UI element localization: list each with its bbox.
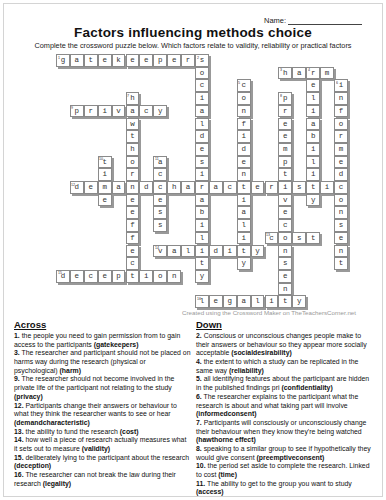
cell-number: 8	[280, 94, 282, 98]
cell-letter: m	[283, 146, 288, 154]
cell-letter: l	[255, 298, 260, 306]
grid-cell: e	[98, 194, 112, 207]
grid-cell: i	[278, 181, 292, 194]
grid-cell: m	[98, 181, 112, 194]
grid-cell: n	[334, 92, 348, 105]
cell-letter: e	[102, 197, 107, 205]
cell-letter: t	[283, 298, 288, 306]
cell-letter: n	[130, 184, 135, 192]
grid-cell: e	[139, 54, 153, 67]
clue-down-4: 4. the extent to which a study can be re…	[196, 358, 376, 375]
grid-cell: i	[237, 232, 251, 245]
grid-cell: l	[181, 245, 195, 258]
grid-cell: r	[334, 130, 348, 143]
grid-cell: n	[278, 283, 292, 296]
clue-down-5: 5. all identifying features about the pa…	[196, 375, 376, 392]
page-subtitle: Complete the crossword puzzle below. Whi…	[0, 41, 386, 50]
cell-letter: c	[241, 82, 246, 90]
grid-cell: f	[126, 232, 140, 245]
grid-cell: e	[126, 206, 140, 219]
grid-cell: y	[292, 295, 306, 308]
cell-letter: c	[158, 171, 163, 179]
cell-letter: l	[311, 159, 316, 167]
across-clues-section: Across 1. the people you need to gain pe…	[14, 319, 191, 488]
grid-cell: t	[237, 245, 251, 258]
cell-letter: o	[241, 95, 246, 103]
cell-letter: l	[200, 235, 205, 243]
grid-cell: a	[195, 194, 209, 207]
grid-cell: e	[278, 206, 292, 219]
grid-cell: 12d	[70, 181, 84, 194]
cell-letter: n	[339, 95, 344, 103]
grid-cell: n	[237, 105, 251, 118]
grid-cell: i	[237, 130, 251, 143]
grid-cell: a	[209, 181, 223, 194]
cell-letter: s	[158, 222, 163, 230]
grid-cell: d	[237, 143, 251, 156]
cell-letter: s	[158, 209, 163, 217]
cell-letter: e	[144, 57, 149, 65]
cell-letter: s	[283, 260, 288, 268]
cell-letter: i	[241, 197, 246, 205]
grid-cell: l	[195, 118, 209, 131]
cell-letter: d	[144, 184, 149, 192]
cell-letter: g	[227, 298, 232, 306]
cell-letter: e	[255, 184, 260, 192]
cell-letter: e	[158, 197, 163, 205]
grid-cell: r	[278, 105, 292, 118]
grid-cell: 16l	[195, 295, 209, 308]
grid-cell: y	[251, 245, 265, 258]
cell-letter: r	[311, 70, 316, 78]
cell-letter: b	[200, 209, 205, 217]
grid-cell: c	[334, 181, 348, 194]
grid-cell: a	[237, 295, 251, 308]
cell-letter: t	[200, 260, 205, 268]
clue-across-13: 13. the ability to fund the research (co…	[14, 428, 191, 437]
grid-cell: t	[306, 181, 320, 194]
grid-cell: 13c	[265, 232, 279, 245]
cell-letter: t	[241, 248, 246, 256]
grid-cell: i	[98, 105, 112, 118]
cell-letter: d	[75, 184, 80, 192]
cell-number: 14	[155, 246, 159, 250]
cell-letter: a	[311, 121, 316, 129]
cell-letter: i	[311, 146, 316, 154]
grid-cell: v	[112, 105, 126, 118]
cell-letter: o	[200, 70, 205, 78]
cell-number: 5	[238, 81, 240, 85]
grid-cell: s	[292, 232, 306, 245]
cell-letter: i	[200, 222, 205, 230]
cell-letter: e	[75, 273, 80, 281]
cell-letter: y	[255, 248, 260, 256]
cell-letter: l	[200, 121, 205, 129]
grid-cell: r	[181, 54, 195, 67]
grid-cell: c	[84, 270, 98, 283]
cell-letter: t	[311, 184, 316, 192]
cell-letter: i	[102, 171, 107, 179]
grid-cell: 14v	[153, 245, 167, 258]
cell-letter: f	[241, 121, 246, 129]
grid-cell: e	[306, 79, 320, 92]
grid-cell: e	[278, 130, 292, 143]
grid-cell: t	[278, 168, 292, 181]
grid-cell: d	[195, 130, 209, 143]
grid-cell: t	[334, 257, 348, 270]
cell-letter: y	[297, 298, 302, 306]
cell-letter: p	[283, 159, 288, 167]
grid-cell: p	[278, 156, 292, 169]
grid-cell: a	[167, 245, 181, 258]
worksheet-page: Name: Factors influencing methods choice…	[0, 0, 386, 500]
cell-letter: i	[283, 184, 288, 192]
grid-cell: b	[195, 206, 209, 219]
cell-letter: t	[130, 133, 135, 141]
cell-letter: y	[200, 273, 205, 281]
clue-across-3: 3. The researcher and participant should…	[14, 349, 191, 375]
cell-letter: e	[102, 57, 107, 65]
cell-letter: r	[88, 108, 93, 116]
grid-cell: c	[139, 105, 153, 118]
grid-cell: n	[126, 181, 140, 194]
cell-letter: l	[241, 222, 246, 230]
cell-letter: y	[311, 197, 316, 205]
cell-letter: n	[241, 108, 246, 116]
grid-cell: t	[126, 270, 140, 283]
cell-letter: v	[116, 108, 121, 116]
cell-letter: f	[339, 108, 344, 116]
grid-cell: c	[153, 168, 167, 181]
grid-cell: c	[195, 79, 209, 92]
cell-letter: i	[311, 171, 316, 179]
clue-down-8: 8. speaking to a similar group to see if…	[196, 445, 376, 462]
cell-letter: m	[339, 146, 344, 154]
cell-letter: e	[130, 209, 135, 217]
grid-cell: e	[334, 156, 348, 169]
grid-cell: l	[306, 156, 320, 169]
grid-cell: l	[306, 92, 320, 105]
clue-down-11: 11. The ability to get to the group you …	[196, 480, 376, 497]
grid-cell: e	[237, 156, 251, 169]
grid-cell: l	[195, 232, 209, 245]
cell-letter: n	[241, 171, 246, 179]
clue-across-9: 9. The researcher should not become invo…	[14, 375, 191, 401]
grid-cell: y	[306, 194, 320, 207]
cell-letter: c	[227, 184, 232, 192]
grid-cell: g	[223, 295, 237, 308]
cell-letter: a	[75, 57, 80, 65]
grid-cell: i	[306, 143, 320, 156]
grid-cell: r	[195, 181, 209, 194]
cell-letter: c	[130, 260, 135, 268]
grid-cell: m	[334, 143, 348, 156]
grid-cell: a	[292, 67, 306, 80]
clue-across-14: 14. how well a piece of research actuall…	[14, 436, 191, 453]
cell-letter: c	[158, 184, 163, 192]
grid-cell: t	[237, 181, 251, 194]
cell-letter: l	[311, 95, 316, 103]
cell-letter: b	[311, 133, 316, 141]
grid-cell: e	[126, 54, 140, 67]
cell-number: 2	[197, 56, 199, 60]
grid-cell: a	[181, 181, 195, 194]
cell-letter: g	[61, 57, 66, 65]
cell-letter: a	[130, 108, 135, 116]
cell-letter: e	[130, 57, 135, 65]
down-clues-section: Down 2. Conscious or unconscious changes…	[196, 319, 376, 497]
cell-letter: t	[339, 260, 344, 268]
cell-number: 10	[99, 157, 103, 161]
cell-letter: e	[339, 159, 344, 167]
grid-cell: n	[334, 245, 348, 258]
cell-letter: e	[283, 209, 288, 217]
down-clue-list: 2. Conscious or unconscious changes peop…	[196, 332, 376, 497]
grid-cell: i	[195, 92, 209, 105]
grid-cell: i	[195, 245, 209, 258]
grid-cell: o	[195, 67, 209, 80]
cell-letter: s	[339, 222, 344, 230]
across-clue-list: 1. the people you need to gain permissio…	[14, 332, 191, 488]
grid-cell: i	[98, 168, 112, 181]
grid-cell: n	[334, 206, 348, 219]
cell-letter: f	[130, 235, 135, 243]
cell-letter: p	[283, 95, 288, 103]
grid-cell: o	[126, 156, 140, 169]
cell-letter: e	[283, 121, 288, 129]
grid-cell: i	[320, 181, 334, 194]
cell-letter: o	[339, 121, 344, 129]
grid-cell: e	[153, 194, 167, 207]
cell-letter: i	[227, 248, 232, 256]
grid-cell: t	[195, 257, 209, 270]
grid-cell: a	[306, 118, 320, 131]
grid-cell: i	[265, 295, 279, 308]
grid-cell: n	[167, 270, 181, 283]
grid-cell: i	[306, 105, 320, 118]
cell-letter: a	[200, 108, 205, 116]
grid-cell: a	[112, 181, 126, 194]
cell-number: 12	[71, 183, 75, 187]
cell-letter: s	[297, 235, 302, 243]
cell-letter: e	[102, 273, 107, 281]
grid-cell: c	[278, 219, 292, 232]
cell-number: 9	[71, 106, 73, 110]
grid-cell: e	[278, 118, 292, 131]
grid-cell: s	[278, 257, 292, 270]
grid-cell: e	[126, 194, 140, 207]
name-row: Name:	[264, 16, 362, 25]
crossword-grid: 1gatekeeper2so3ha4rmc5ce6i7hio8pln9priva…	[56, 54, 348, 308]
grid-cell: t	[306, 232, 320, 245]
cell-number: 16	[197, 297, 201, 301]
cell-letter: k	[116, 57, 121, 65]
grid-cell: d	[334, 168, 348, 181]
cell-number: 1	[58, 56, 60, 60]
grid-cell: e	[251, 181, 265, 194]
cell-letter: i	[311, 108, 316, 116]
grid-cell: r	[265, 181, 279, 194]
cell-letter: n	[339, 248, 344, 256]
cell-letter: a	[186, 184, 191, 192]
cell-letter: r	[130, 171, 135, 179]
cell-letter: i	[241, 133, 246, 141]
grid-cell: b	[306, 130, 320, 143]
grid-cell: e	[167, 54, 181, 67]
grid-cell: c	[126, 257, 140, 270]
cell-letter: n	[339, 209, 344, 217]
grid-cell: 2s	[195, 54, 209, 67]
cell-letter: i	[269, 298, 274, 306]
grid-cell: 15d	[56, 270, 70, 283]
cell-letter: i	[200, 248, 205, 256]
cell-letter: t	[88, 57, 93, 65]
clue-across-15: 15. deliberately lying to the participan…	[14, 454, 191, 471]
cell-letter: s	[200, 57, 205, 65]
cell-number: 15	[58, 271, 62, 275]
cell-letter: n	[172, 273, 177, 281]
grid-cell: e	[209, 295, 223, 308]
cell-letter: e	[88, 184, 93, 192]
cell-letter: c	[200, 82, 205, 90]
cell-number: 4	[308, 68, 310, 72]
cell-letter: h	[172, 184, 177, 192]
cell-letter: a	[172, 248, 177, 256]
grid-cell: 5c	[237, 79, 251, 92]
grid-cell: e	[126, 245, 140, 258]
cell-letter: d	[241, 146, 246, 154]
grid-cell: w	[126, 118, 140, 131]
grid-cell: a	[126, 105, 140, 118]
grid-cell: r	[126, 168, 140, 181]
cell-letter: o	[339, 197, 344, 205]
cell-letter: w	[130, 121, 135, 129]
cell-letter: a	[297, 70, 302, 78]
grid-cell: i	[195, 219, 209, 232]
cell-letter: t	[283, 171, 288, 179]
cell-letter: v	[283, 197, 288, 205]
cell-letter: p	[158, 57, 163, 65]
cell-letter: e	[339, 235, 344, 243]
cell-letter: e	[241, 159, 246, 167]
cell-letter: h	[130, 95, 135, 103]
grid-cell: p	[112, 270, 126, 283]
cell-number: 3	[280, 68, 282, 72]
cell-letter: e	[172, 57, 177, 65]
grid-cell: a	[195, 105, 209, 118]
cell-letter: t	[241, 184, 246, 192]
grid-cell: s	[292, 181, 306, 194]
cell-letter: s	[297, 184, 302, 192]
grid-cell: f	[334, 105, 348, 118]
cell-letter: r	[200, 184, 205, 192]
cell-letter: e	[311, 82, 316, 90]
grid-cell: e	[84, 181, 98, 194]
cell-letter: y	[158, 108, 163, 116]
cell-letter: o	[283, 235, 288, 243]
cell-letter: e	[130, 248, 135, 256]
cell-letter: e	[214, 298, 219, 306]
cell-letter: r	[269, 184, 274, 192]
grid-cell: o	[153, 270, 167, 283]
grid-cell: c	[153, 181, 167, 194]
grid-cell: d	[139, 181, 153, 194]
grid-cell: o	[278, 232, 292, 245]
grid-cell: e	[334, 232, 348, 245]
grid-cell: 3h	[278, 67, 292, 80]
grid-cell: s	[153, 219, 167, 232]
grid-cell: 8p	[278, 92, 292, 105]
cell-letter: e	[130, 197, 135, 205]
name-blank-line	[288, 16, 362, 25]
grid-cell: 6i	[334, 79, 348, 92]
cell-letter: m	[102, 184, 107, 192]
cell-letter: p	[116, 273, 121, 281]
grid-cell: e	[278, 270, 292, 283]
across-heading: Across	[14, 319, 191, 330]
cell-letter: c	[144, 108, 149, 116]
grid-cell: 10t	[98, 156, 112, 169]
grid-cell: a	[237, 206, 251, 219]
cell-letter: n	[283, 248, 288, 256]
cell-letter: c	[283, 222, 288, 230]
cell-letter: f	[130, 222, 135, 230]
grid-cell: l	[237, 219, 251, 232]
cell-letter: h	[130, 146, 135, 154]
grid-cell: e	[195, 143, 209, 156]
cell-letter: a	[241, 209, 246, 217]
down-heading: Down	[196, 319, 376, 330]
cell-letter: c	[339, 184, 344, 192]
cell-letter: a	[200, 197, 205, 205]
grid-cell: m	[320, 67, 334, 80]
clue-down-10: 10. the period set aside to complete the…	[196, 462, 376, 479]
cell-number: 13	[266, 233, 270, 237]
grid-cell: i	[237, 194, 251, 207]
clue-down-6: 6. The researcher explains to the partic…	[196, 393, 376, 419]
grid-cell: i	[223, 245, 237, 258]
grid-cell: s	[153, 206, 167, 219]
cell-letter: i	[102, 108, 107, 116]
clue-down-2: 2. Conscious or unconscious changes peop…	[196, 332, 376, 358]
cell-letter: i	[325, 184, 330, 192]
cell-letter: r	[283, 108, 288, 116]
grid-cell: i	[195, 168, 209, 181]
cell-letter: i	[200, 171, 205, 179]
grid-cell: n	[237, 168, 251, 181]
grid-cell: t	[84, 54, 98, 67]
cell-letter: m	[325, 70, 330, 78]
cell-letter: o	[158, 273, 163, 281]
cell-letter: d	[200, 133, 205, 141]
cell-letter: s	[200, 159, 205, 167]
grid-cell: o	[334, 194, 348, 207]
cell-letter: r	[186, 57, 191, 65]
grid-cell: r	[84, 105, 98, 118]
grid-cell: o	[237, 92, 251, 105]
grid-cell: y	[153, 105, 167, 118]
grid-cell: l	[251, 295, 265, 308]
grid-cell: t	[278, 295, 292, 308]
grid-cell: f	[126, 219, 140, 232]
cell-letter: a	[214, 184, 219, 192]
cell-letter: o	[130, 159, 135, 167]
grid-cell: s	[195, 156, 209, 169]
cell-letter: i	[241, 235, 246, 243]
cell-letter: i	[144, 273, 149, 281]
grid-cell: 11a	[153, 156, 167, 169]
grid-cell: a	[70, 54, 84, 67]
